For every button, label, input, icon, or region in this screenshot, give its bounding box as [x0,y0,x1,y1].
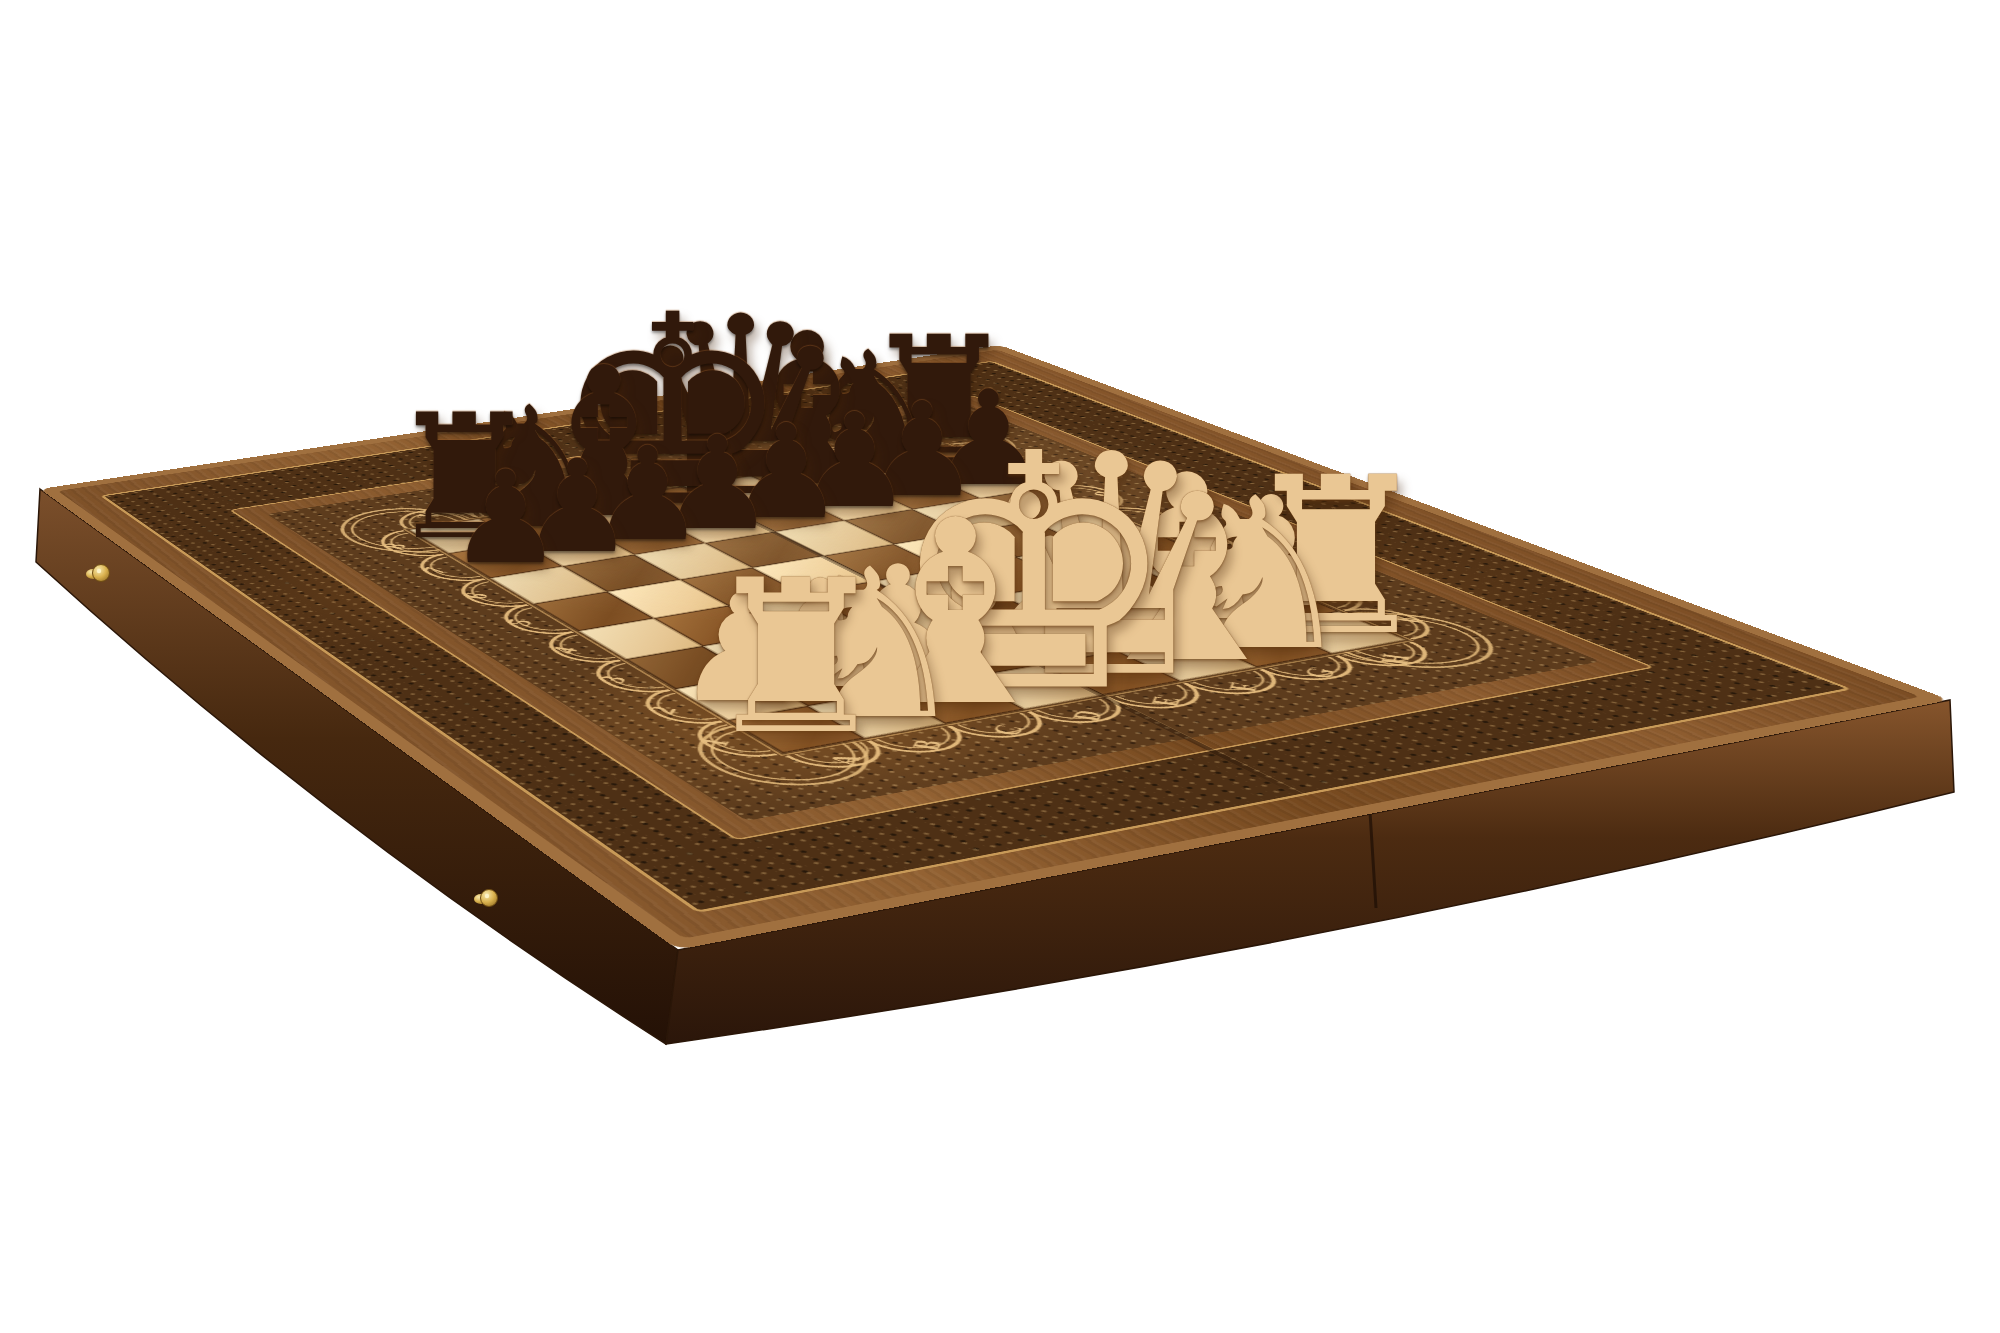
product-photo-stage: AABBCCDDEEFFGGHH1122334455667788 ♜♞♝♚♛♝♞… [0,0,2000,1333]
